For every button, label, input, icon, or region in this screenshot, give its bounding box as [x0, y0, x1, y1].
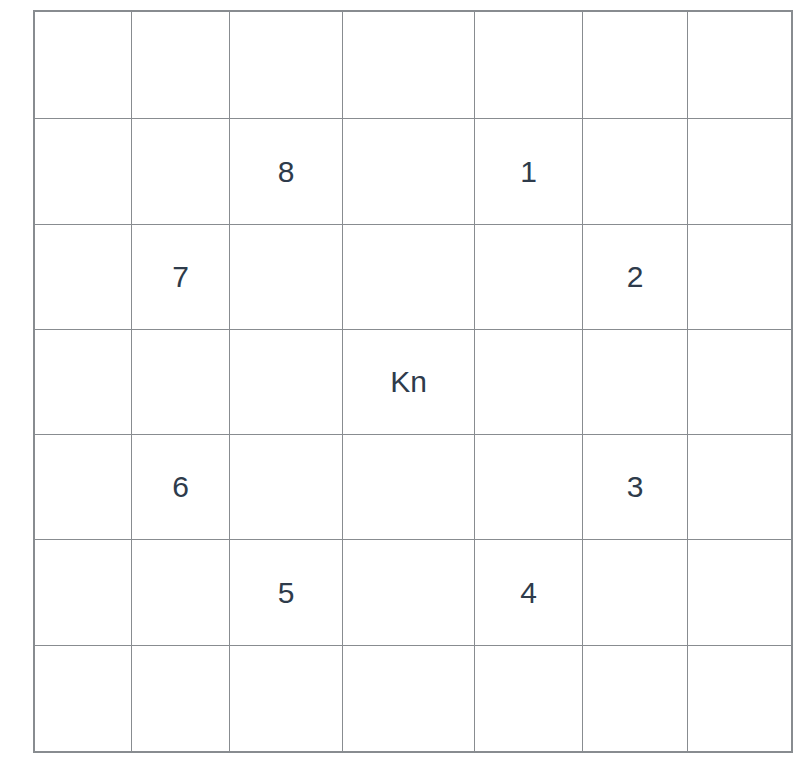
cell-r3c6	[688, 330, 791, 434]
cell-r2c4	[475, 225, 582, 329]
cell-r5c2: 5	[230, 540, 342, 645]
page: 8172Kn6354	[0, 0, 810, 776]
cell-r2c1: 7	[132, 225, 229, 329]
cell-r0c4	[475, 12, 582, 118]
cell-r5c0	[35, 540, 131, 645]
cell-r1c2: 8	[230, 119, 342, 224]
cell-r5c3	[343, 540, 474, 645]
cell-r6c3	[343, 646, 474, 751]
cell-r2c6	[688, 225, 791, 329]
cell-r5c1	[132, 540, 229, 645]
cell-r3c1	[132, 330, 229, 434]
cell-r0c6	[688, 12, 791, 118]
cell-r3c5	[583, 330, 687, 434]
cell-r1c0	[35, 119, 131, 224]
knight-moves-board: 8172Kn6354	[33, 10, 793, 753]
cell-r4c2	[230, 435, 342, 539]
cell-r1c4: 1	[475, 119, 582, 224]
cell-r0c3	[343, 12, 474, 118]
cell-r2c3	[343, 225, 474, 329]
cell-r0c1	[132, 12, 229, 118]
cell-r1c6	[688, 119, 791, 224]
cell-r3c4	[475, 330, 582, 434]
cell-r6c5	[583, 646, 687, 751]
cell-r1c3	[343, 119, 474, 224]
cell-r5c5	[583, 540, 687, 645]
cell-r2c2	[230, 225, 342, 329]
cell-r0c2	[230, 12, 342, 118]
cell-r4c1: 6	[132, 435, 229, 539]
cell-r1c5	[583, 119, 687, 224]
cell-r0c5	[583, 12, 687, 118]
cell-r0c0	[35, 12, 131, 118]
cell-r4c5: 3	[583, 435, 687, 539]
cell-r4c3	[343, 435, 474, 539]
cell-r2c0	[35, 225, 131, 329]
cell-r6c1	[132, 646, 229, 751]
cell-r5c4: 4	[475, 540, 582, 645]
cell-r4c0	[35, 435, 131, 539]
cell-r6c4	[475, 646, 582, 751]
cell-r2c5: 2	[583, 225, 687, 329]
cell-r6c6	[688, 646, 791, 751]
cell-r6c2	[230, 646, 342, 751]
cell-r4c4	[475, 435, 582, 539]
cell-r3c2	[230, 330, 342, 434]
cell-r1c1	[132, 119, 229, 224]
cell-r4c6	[688, 435, 791, 539]
knight-cell-r3c3: Kn	[343, 330, 474, 434]
cell-r6c0	[35, 646, 131, 751]
cell-r5c6	[688, 540, 791, 645]
cell-r3c0	[35, 330, 131, 434]
